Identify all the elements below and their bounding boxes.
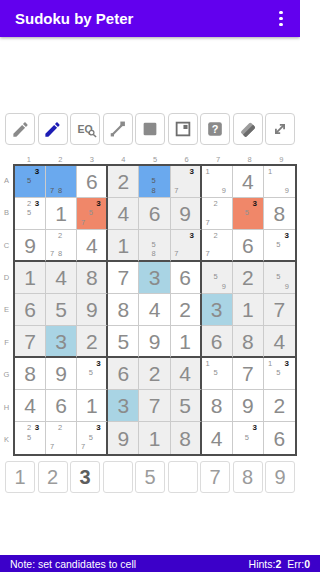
candidate-3: 3 (33, 423, 41, 433)
col-label-3: 3 (76, 153, 108, 164)
candidates: 35 (235, 423, 259, 452)
candidate-8: 8 (56, 249, 64, 258)
candidates: 19 (266, 167, 291, 195)
cell-value: 9 (108, 422, 138, 454)
cell-C6[interactable]: 37 (171, 230, 202, 262)
status-counters: Hints:2Err:0 (249, 558, 300, 570)
cell-D4[interactable]: 7 (108, 262, 139, 294)
cell-C3[interactable]: 4 (77, 230, 108, 262)
candidate-2: 2 (25, 423, 33, 433)
candidates: 135 (266, 359, 291, 387)
candidates: 59 (204, 263, 228, 291)
candidates: 235 (17, 199, 41, 227)
cell-B4[interactable]: 4 (108, 198, 139, 230)
candidates: 59 (266, 263, 291, 291)
cell-value: 6 (108, 358, 138, 389)
candidates: 58 (141, 167, 165, 195)
cell-E2[interactable]: 5 (46, 294, 77, 326)
candidate-9: 9 (283, 282, 291, 291)
cell-K4[interactable]: 9 (108, 422, 139, 454)
candidate-5: 5 (243, 433, 251, 443)
candidate-7: 7 (48, 442, 56, 452)
digit-button-4[interactable] (103, 461, 133, 493)
candidate-3: 3 (95, 359, 103, 368)
cell-value: 4 (46, 262, 76, 293)
cell-C8[interactable]: 6 (233, 230, 264, 262)
hints-value: 2 (275, 558, 281, 570)
cell-value: 2 (264, 390, 295, 421)
candidate-5: 5 (25, 208, 33, 217)
candidate-2: 2 (212, 199, 220, 208)
cell-H6[interactable]: 5 (171, 390, 202, 422)
cell-value: 9 (15, 230, 45, 260)
app-bar: Sudoku by Peter (0, 0, 300, 37)
row-label-B: B (0, 196, 13, 228)
candidate-9: 9 (220, 186, 228, 195)
row-label-E: E (0, 294, 13, 326)
cell-A5[interactable]: 58 (139, 166, 170, 198)
cell-C5[interactable]: 58 (139, 230, 170, 262)
candidates: 27 (204, 231, 228, 258)
cell-G2[interactable]: 9 (46, 358, 77, 390)
cell-A7[interactable]: 19 (202, 166, 233, 198)
cell-H4[interactable]: 3 (108, 390, 139, 422)
row-label-K: K (0, 424, 13, 456)
cell-value: 4 (77, 230, 106, 260)
question-icon: ? (205, 119, 225, 139)
candidate-7: 7 (48, 186, 56, 195)
kebab-menu-icon[interactable] (272, 7, 290, 31)
col-label-9: 9 (265, 153, 297, 164)
cell-value: 1 (139, 422, 169, 454)
cell-E1[interactable]: 6 (15, 294, 46, 326)
status-note: Note: set candidates to cell (10, 558, 136, 570)
candidate-5: 5 (25, 176, 33, 185)
cell-K5[interactable]: 1 (139, 422, 170, 454)
cell-E8[interactable]: 1 (233, 294, 264, 326)
row-label-A: A (0, 164, 13, 196)
candidate-7: 7 (173, 249, 181, 258)
cell-value: 2 (108, 166, 138, 197)
digit-button-6[interactable] (168, 461, 198, 493)
cell-K7[interactable]: 4 (202, 422, 233, 454)
candidate-5: 5 (243, 208, 251, 217)
col-label-7: 7 (202, 153, 234, 164)
candidate-2: 2 (25, 199, 33, 208)
cell-F2[interactable]: 3 (46, 326, 77, 358)
cell-K9[interactable]: 6 (264, 422, 295, 454)
candidates: 35 (17, 167, 41, 195)
cell-F9[interactable]: 4 (264, 326, 295, 358)
cell-E9[interactable]: 7 (264, 294, 295, 326)
cell-E5[interactable]: 4 (139, 294, 170, 326)
cell-G1[interactable]: 8 (15, 358, 46, 390)
cell-A6[interactable]: 37 (171, 166, 202, 198)
candidate-3: 3 (188, 231, 196, 240)
cell-B2[interactable]: 1 (46, 198, 77, 230)
cell-H7[interactable]: 8 (202, 390, 233, 422)
cell-F1[interactable]: 7 (15, 326, 46, 358)
candidate-3: 3 (283, 359, 291, 368)
cell-G7[interactable]: 15 (202, 358, 233, 390)
cell-value: 8 (108, 294, 138, 325)
cell-F7[interactable]: 6 (202, 326, 233, 358)
candidates: 35 (266, 231, 291, 258)
cell-B8[interactable]: 35 (233, 198, 264, 230)
candidate-5: 5 (212, 272, 220, 281)
digit-row: 1235789 (0, 461, 300, 493)
cell-value: 7 (264, 294, 295, 325)
cell-G9[interactable]: 135 (264, 358, 295, 390)
cell-value: 7 (15, 326, 45, 356)
candidates: 35 (79, 359, 102, 387)
row-label-F: F (0, 326, 13, 358)
candidate-2: 2 (212, 231, 220, 240)
cell-value: 3 (202, 294, 232, 325)
pen-icon (43, 120, 62, 139)
cell-value: 9 (139, 326, 169, 356)
cell-C1[interactable]: 9 (15, 230, 46, 262)
candidate-8: 8 (56, 186, 64, 195)
candidates: 19 (204, 167, 228, 195)
cell-A3[interactable]: 6 (77, 166, 108, 198)
cell-value: 5 (108, 326, 138, 356)
screen: { "game": "sudoku", "position": "..62...… (0, 0, 300, 572)
digit-button-9[interactable]: 9 (265, 461, 295, 493)
cell-F8[interactable]: 8 (233, 326, 264, 358)
cell-F6[interactable]: 1 (171, 326, 202, 358)
cell-E6[interactable]: 2 (171, 294, 202, 326)
cell-G3[interactable]: 35 (77, 358, 108, 390)
overlay-square-icon (173, 119, 193, 139)
cell-E3[interactable]: 9 (77, 294, 108, 326)
cell-G6[interactable]: 4 (171, 358, 202, 390)
board-area: 123456789 ABCDEFGHK 35786258371941923513… (0, 153, 300, 456)
board-corner (0, 153, 13, 164)
cell-value: 9 (171, 198, 200, 229)
cell-K8[interactable]: 35 (233, 422, 264, 454)
cell-value: 8 (264, 198, 295, 229)
candidate-9: 9 (283, 186, 291, 195)
cell-value: 9 (233, 390, 263, 421)
cell-C4[interactable]: 1 (108, 230, 139, 262)
eraser-button[interactable] (233, 113, 263, 145)
cell-D1[interactable]: 1 (15, 262, 46, 294)
cell-value: 7 (233, 358, 263, 389)
sudoku-board: 3578625837194192351357469273589278415837… (13, 164, 297, 456)
candidates: 37 (173, 167, 196, 195)
candidate-5: 5 (274, 240, 282, 249)
cell-value: 6 (15, 294, 45, 325)
cell-C9[interactable]: 35 (264, 230, 295, 262)
candidate-5: 5 (25, 433, 33, 443)
cell-value: 3 (46, 326, 76, 356)
cell-D6[interactable]: 6 (171, 262, 202, 294)
cell-K3[interactable]: 357 (77, 422, 108, 454)
cell-F5[interactable]: 9 (139, 326, 170, 358)
row-label-G: G (0, 359, 13, 391)
candidate-5: 5 (87, 368, 95, 377)
cell-value: 4 (233, 166, 263, 197)
cell-H8[interactable]: 9 (233, 390, 264, 422)
candidate-3: 3 (283, 231, 291, 240)
cell-value: 6 (264, 422, 295, 454)
row-label-C: C (0, 229, 13, 261)
cell-value: 6 (233, 230, 263, 260)
cell-value: 1 (233, 294, 263, 325)
help-button[interactable]: ? (200, 113, 230, 145)
col-label-4: 4 (108, 153, 140, 164)
chain-icon (108, 119, 128, 139)
status-bar: Note: set candidates to cell Hints:2Err:… (0, 555, 300, 572)
digit-button-7[interactable]: 7 (200, 461, 230, 493)
cell-B7[interactable]: 27 (202, 198, 233, 230)
search-eq-icon: EQ (77, 123, 92, 135)
candidates: 35 (235, 199, 259, 227)
candidate-8: 8 (149, 186, 157, 195)
candidate-3: 3 (188, 167, 196, 176)
err-label: Err: (287, 558, 300, 570)
cell-A8[interactable]: 4 (233, 166, 264, 198)
candidates: 357 (79, 423, 102, 452)
cell-value: 1 (15, 262, 45, 293)
cell-value: 8 (15, 358, 45, 389)
cell-value: 4 (264, 326, 295, 356)
candidate-7: 7 (79, 218, 87, 227)
cell-B5[interactable]: 6 (139, 198, 170, 230)
candidate-3: 3 (33, 199, 41, 208)
candidate-5: 5 (274, 272, 282, 281)
candidates: 58 (141, 231, 165, 258)
cell-C2[interactable]: 278 (46, 230, 77, 262)
cell-D7[interactable]: 59 (202, 262, 233, 294)
cell-D2[interactable]: 4 (46, 262, 77, 294)
cell-H1[interactable]: 4 (15, 390, 46, 422)
candidates: 15 (204, 359, 228, 387)
digit-button-5[interactable]: 5 (135, 461, 165, 493)
candidate-1: 1 (204, 167, 212, 176)
square-icon (140, 119, 160, 139)
candidate-1: 1 (204, 359, 212, 368)
cell-H2[interactable]: 6 (46, 390, 77, 422)
candidates: 27 (48, 423, 72, 452)
candidate-1: 1 (266, 167, 274, 176)
cell-value: 9 (46, 358, 76, 389)
candidate-9: 9 (220, 282, 228, 291)
candidate-5: 5 (274, 368, 282, 377)
candidate-5: 5 (149, 240, 157, 249)
cell-value: 4 (139, 294, 169, 325)
cell-D3[interactable]: 8 (77, 262, 108, 294)
toolbar: EQ? (0, 113, 300, 145)
candidate-7: 7 (48, 249, 56, 258)
cell-A4[interactable]: 2 (108, 166, 139, 198)
cell-K6[interactable]: 8 (171, 422, 202, 454)
cell-B1[interactable]: 235 (15, 198, 46, 230)
cell-value: 1 (171, 326, 200, 356)
candidate-2: 2 (56, 423, 64, 433)
svg-text:?: ? (212, 123, 219, 135)
cell-D5[interactable]: 3 (139, 262, 170, 294)
cell-F4[interactable]: 5 (108, 326, 139, 358)
digit-button-3[interactable]: 3 (70, 461, 100, 493)
app-title: Sudoku by Peter (15, 10, 272, 27)
cell-value: 5 (46, 294, 76, 325)
cell-G4[interactable]: 6 (108, 358, 139, 390)
cell-value: 9 (77, 294, 106, 325)
col-label-6: 6 (171, 153, 203, 164)
digit-button-2[interactable]: 2 (38, 461, 68, 493)
cell-value: 6 (77, 166, 106, 197)
cell-value: 7 (139, 390, 169, 421)
cell-H5[interactable]: 7 (139, 390, 170, 422)
cell-value: 1 (77, 390, 106, 421)
cell-C7[interactable]: 27 (202, 230, 233, 262)
candidates: 27 (204, 199, 228, 227)
eraser-icon (238, 119, 258, 139)
candidate-1: 1 (266, 359, 274, 368)
cell-G8[interactable]: 7 (233, 358, 264, 390)
cell-K1[interactable]: 235 (15, 422, 46, 454)
candidate-8: 8 (149, 249, 157, 258)
candidate-3: 3 (251, 199, 259, 208)
col-label-2: 2 (45, 153, 77, 164)
digit-button-8[interactable]: 8 (233, 461, 263, 493)
cell-E7[interactable]: 3 (202, 294, 233, 326)
cell-value: 6 (139, 198, 169, 229)
cell-value: 6 (202, 326, 232, 356)
cell-H3[interactable]: 1 (77, 390, 108, 422)
cell-value: 2 (171, 294, 200, 325)
find-button[interactable]: EQ (70, 113, 100, 145)
candidates: 78 (48, 167, 72, 195)
hints-label: Hints: (249, 558, 276, 570)
cell-B6[interactable]: 9 (171, 198, 202, 230)
cell-value: 8 (77, 262, 106, 293)
cell-K2[interactable]: 27 (46, 422, 77, 454)
candidate-5: 5 (87, 433, 95, 443)
cell-value: 1 (46, 198, 76, 229)
cell-A1[interactable]: 35 (15, 166, 46, 198)
cell-D9[interactable]: 59 (264, 262, 295, 294)
cell-B9[interactable]: 8 (264, 198, 295, 230)
cell-value: 4 (202, 422, 232, 454)
candidate-7: 7 (204, 218, 212, 227)
candidate-7: 7 (204, 249, 212, 258)
candidates: 235 (17, 423, 41, 452)
cell-value: 8 (233, 326, 263, 356)
row-labels: ABCDEFGHK (0, 164, 13, 456)
cell-value: 6 (46, 390, 76, 421)
candidate-3: 3 (95, 199, 103, 208)
cell-value: 2 (139, 358, 169, 389)
cell-D8[interactable]: 2 (233, 262, 264, 294)
digit-button-1[interactable]: 1 (5, 461, 35, 493)
cell-value: 4 (15, 390, 45, 421)
candidate-3: 3 (95, 423, 103, 433)
corner-note-button[interactable] (168, 113, 198, 145)
cell-value: 4 (108, 198, 138, 229)
candidate-2: 2 (56, 231, 64, 240)
pen-button[interactable] (38, 113, 68, 145)
cell-H9[interactable]: 2 (264, 390, 295, 422)
pencil-button[interactable] (5, 113, 35, 145)
candidate-5: 5 (212, 368, 220, 377)
cell-value: 5 (171, 390, 200, 421)
candidate-3: 3 (251, 423, 259, 433)
candidate-7: 7 (173, 186, 181, 195)
cell-value: 3 (139, 262, 169, 293)
col-label-8: 8 (234, 153, 266, 164)
candidate-3: 3 (33, 167, 41, 176)
cell-B3[interactable]: 357 (77, 198, 108, 230)
expand-icon (270, 119, 290, 139)
candidate-5: 5 (87, 208, 95, 217)
candidate-7: 7 (79, 442, 87, 452)
cell-value: 4 (171, 358, 200, 389)
candidate-5: 5 (149, 176, 157, 185)
pencil-icon (11, 120, 30, 139)
cell-value: 2 (233, 262, 263, 293)
row-label-H: H (0, 391, 13, 423)
chain-button[interactable] (103, 113, 133, 145)
candidates: 357 (79, 199, 102, 227)
cell-G5[interactable]: 2 (139, 358, 170, 390)
candidates: 278 (48, 231, 72, 258)
fullscreen-button[interactable] (265, 113, 295, 145)
cell-value: 8 (202, 390, 232, 421)
cell-F3[interactable]: 2 (77, 326, 108, 358)
fill-square-button[interactable] (135, 113, 165, 145)
cell-A9[interactable]: 19 (264, 166, 295, 198)
cell-value: 7 (108, 262, 138, 293)
col-label-5: 5 (139, 153, 171, 164)
cell-value: 1 (108, 230, 138, 260)
cell-A2[interactable]: 78 (46, 166, 77, 198)
row-label-D: D (0, 261, 13, 293)
cell-value: 3 (108, 390, 138, 421)
cell-value: 2 (77, 326, 106, 356)
cell-E4[interactable]: 8 (108, 294, 139, 326)
candidates: 37 (173, 231, 196, 258)
cell-value: 8 (171, 422, 200, 454)
col-label-1: 1 (13, 153, 45, 164)
cell-value: 6 (171, 262, 200, 293)
column-labels: 123456789 (13, 153, 297, 164)
